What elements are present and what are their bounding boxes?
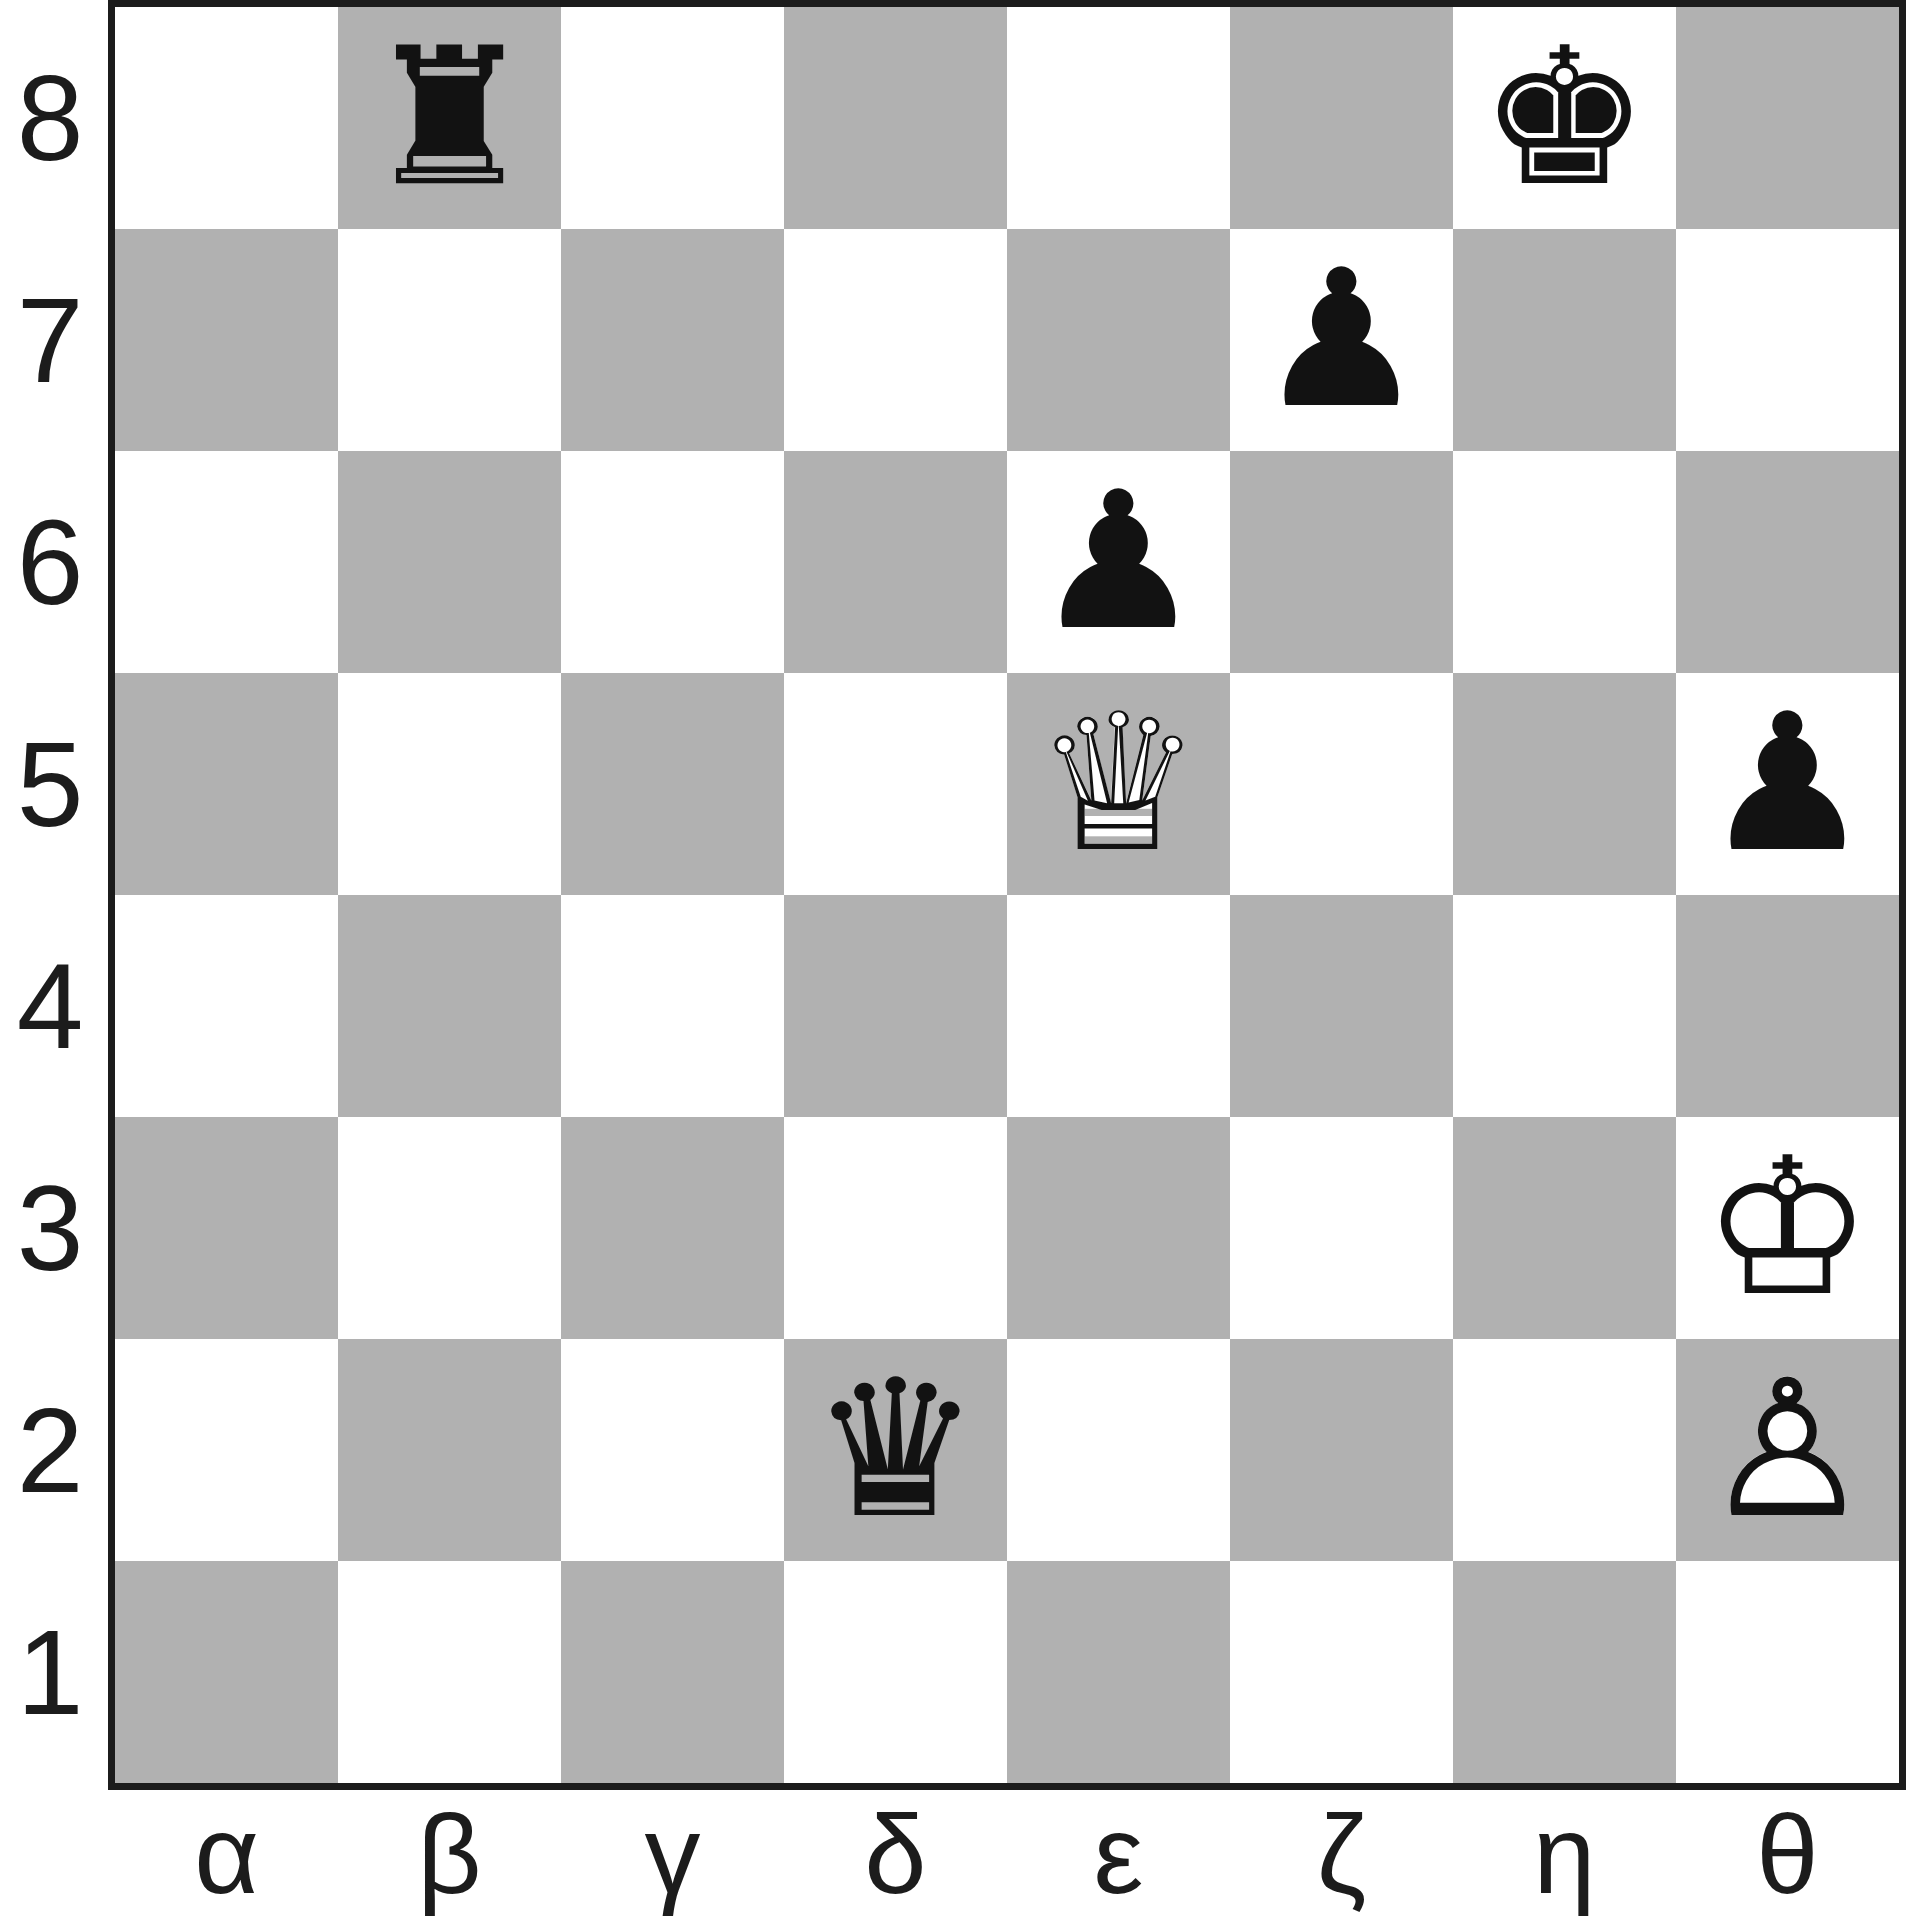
rank-label-7: 7: [0, 229, 100, 451]
square-h5[interactable]: ♟: [1676, 673, 1899, 895]
black-pawn-piece: ♟: [1230, 229, 1453, 451]
square-c5[interactable]: [561, 673, 784, 895]
square-h7[interactable]: [1676, 229, 1899, 451]
black-queen-icon: ♛: [810, 1355, 980, 1545]
rank-label-3: 3: [0, 1117, 100, 1339]
square-e2[interactable]: [1007, 1339, 1230, 1561]
square-f1[interactable]: [1230, 1561, 1453, 1783]
square-b6[interactable]: [338, 451, 561, 673]
square-g4[interactable]: [1453, 895, 1676, 1117]
square-b1[interactable]: [338, 1561, 561, 1783]
white-king-piece: ♚♔: [1676, 1117, 1899, 1339]
file-label-c: γ: [561, 1794, 784, 1914]
square-h3[interactable]: ♚♔: [1676, 1117, 1899, 1339]
file-label-a: α: [115, 1794, 338, 1914]
square-f8[interactable]: [1230, 7, 1453, 229]
file-label-d: δ: [784, 1794, 1007, 1914]
square-g5[interactable]: [1453, 673, 1676, 895]
square-b2[interactable]: [338, 1339, 561, 1561]
white-pawn-piece: ♟♙: [1676, 1339, 1899, 1561]
file-label-g: η: [1453, 1794, 1676, 1914]
rank-label-4: 4: [0, 895, 100, 1117]
square-d8[interactable]: [784, 7, 1007, 229]
file-label-e: ε: [1007, 1794, 1230, 1914]
file-label-f: ζ: [1230, 1794, 1453, 1914]
white-queen-piece: ♛♕: [1007, 673, 1230, 895]
white-pawn-icon: ♙: [1702, 1355, 1872, 1545]
square-e6[interactable]: ♟: [1007, 451, 1230, 673]
square-c4[interactable]: [561, 895, 784, 1117]
square-d7[interactable]: [784, 229, 1007, 451]
black-pawn-icon: ♟: [1702, 689, 1872, 879]
square-a8[interactable]: [115, 7, 338, 229]
square-e7[interactable]: [1007, 229, 1230, 451]
black-king-piece: ♚: [1453, 7, 1676, 229]
square-b8[interactable]: ♜: [338, 7, 561, 229]
rank-labels: 87654321: [0, 7, 100, 1783]
black-pawn-piece: ♟: [1007, 451, 1230, 673]
square-e1[interactable]: [1007, 1561, 1230, 1783]
square-a2[interactable]: [115, 1339, 338, 1561]
square-g1[interactable]: [1453, 1561, 1676, 1783]
square-b7[interactable]: [338, 229, 561, 451]
white-queen-icon: ♕: [1033, 689, 1203, 879]
square-d1[interactable]: [784, 1561, 1007, 1783]
square-c2[interactable]: [561, 1339, 784, 1561]
square-g3[interactable]: [1453, 1117, 1676, 1339]
square-c3[interactable]: [561, 1117, 784, 1339]
square-g8[interactable]: ♚: [1453, 7, 1676, 229]
chess-board: ♜♚♟♟♛♕♟♚♔♛♟♙: [108, 0, 1906, 1790]
square-c8[interactable]: [561, 7, 784, 229]
square-h6[interactable]: [1676, 451, 1899, 673]
square-g6[interactable]: [1453, 451, 1676, 673]
black-queen-piece: ♛: [784, 1339, 1007, 1561]
square-a1[interactable]: [115, 1561, 338, 1783]
square-a6[interactable]: [115, 451, 338, 673]
square-b3[interactable]: [338, 1117, 561, 1339]
square-c6[interactable]: [561, 451, 784, 673]
square-c7[interactable]: [561, 229, 784, 451]
rank-label-8: 8: [0, 7, 100, 229]
square-d5[interactable]: [784, 673, 1007, 895]
square-h2[interactable]: ♟♙: [1676, 1339, 1899, 1561]
chess-diagram: 87654321 ♜♚♟♟♛♕♟♚♔♛♟♙ αβγδεζηθ: [0, 0, 1920, 1920]
square-d6[interactable]: [784, 451, 1007, 673]
square-d3[interactable]: [784, 1117, 1007, 1339]
square-f4[interactable]: [1230, 895, 1453, 1117]
square-e5[interactable]: ♛♕: [1007, 673, 1230, 895]
square-e4[interactable]: [1007, 895, 1230, 1117]
file-label-h: θ: [1676, 1794, 1899, 1914]
square-g2[interactable]: [1453, 1339, 1676, 1561]
square-c1[interactable]: [561, 1561, 784, 1783]
file-label-b: β: [338, 1794, 561, 1914]
rank-label-2: 2: [0, 1339, 100, 1561]
square-a5[interactable]: [115, 673, 338, 895]
square-d2[interactable]: ♛: [784, 1339, 1007, 1561]
square-a3[interactable]: [115, 1117, 338, 1339]
square-f6[interactable]: [1230, 451, 1453, 673]
square-h8[interactable]: [1676, 7, 1899, 229]
white-king-icon: ♔: [1702, 1133, 1872, 1323]
square-b4[interactable]: [338, 895, 561, 1117]
square-e8[interactable]: [1007, 7, 1230, 229]
square-f7[interactable]: ♟: [1230, 229, 1453, 451]
square-f3[interactable]: [1230, 1117, 1453, 1339]
black-king-icon: ♚: [1479, 23, 1649, 213]
square-a4[interactable]: [115, 895, 338, 1117]
file-labels: αβγδεζηθ: [115, 1794, 1899, 1914]
rank-label-5: 5: [0, 673, 100, 895]
black-rook-icon: ♜: [364, 23, 534, 213]
square-d4[interactable]: [784, 895, 1007, 1117]
rank-label-1: 1: [0, 1561, 100, 1783]
black-pawn-piece: ♟: [1676, 673, 1899, 895]
black-pawn-icon: ♟: [1256, 245, 1426, 435]
square-a7[interactable]: [115, 229, 338, 451]
square-g7[interactable]: [1453, 229, 1676, 451]
square-e3[interactable]: [1007, 1117, 1230, 1339]
square-b5[interactable]: [338, 673, 561, 895]
square-f5[interactable]: [1230, 673, 1453, 895]
rank-label-6: 6: [0, 451, 100, 673]
black-rook-piece: ♜: [338, 7, 561, 229]
square-f2[interactable]: [1230, 1339, 1453, 1561]
black-pawn-icon: ♟: [1033, 467, 1203, 657]
square-h4[interactable]: [1676, 895, 1899, 1117]
square-h1[interactable]: [1676, 1561, 1899, 1783]
